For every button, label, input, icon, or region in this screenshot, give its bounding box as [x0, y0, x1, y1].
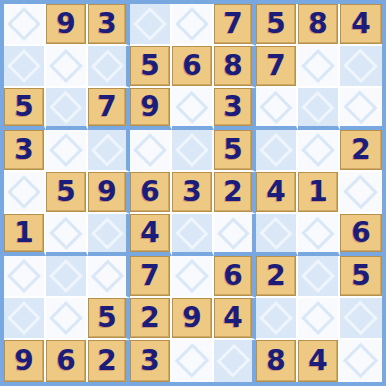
cell-r1c2: 9 [46, 4, 88, 46]
given-digit: 5 [14, 93, 33, 121]
cell-r5c9[interactable] [340, 172, 382, 214]
cell-r1c3: 3 [88, 4, 130, 46]
given-digit: 5 [140, 52, 159, 80]
diamond-watermark-icon [259, 301, 293, 335]
diamond-watermark-icon [90, 259, 123, 292]
diamond-watermark-icon [91, 217, 123, 249]
cell-r3c1: 5 [4, 88, 46, 130]
diamond-watermark-icon [301, 133, 335, 167]
diamond-watermark-icon [175, 133, 209, 167]
given-digit: 6 [140, 178, 159, 206]
given-digit: 2 [266, 262, 285, 290]
given-digit: 6 [182, 52, 201, 80]
diamond-watermark-icon [259, 90, 292, 123]
diamond-watermark-icon [49, 90, 82, 123]
cell-r8c1[interactable] [4, 298, 46, 340]
diamond-watermark-icon [7, 49, 41, 83]
cell-r5c5: 3 [172, 172, 214, 214]
diamond-watermark-icon [301, 301, 335, 335]
diamond-watermark-icon [259, 216, 292, 249]
diamond-watermark-icon [301, 90, 334, 123]
cell-r8c2[interactable] [46, 298, 88, 340]
given-digit: 2 [223, 178, 242, 206]
given-digit: 3 [97, 10, 116, 38]
diamond-watermark-icon [343, 343, 379, 379]
sudoku-board: 9375845687579335259632411467625529496238… [0, 0, 386, 386]
given-digit: 9 [182, 304, 201, 332]
cell-r4c2[interactable] [46, 130, 88, 172]
given-digit: 3 [14, 136, 33, 164]
cell-r2c3[interactable] [88, 46, 130, 88]
cell-r2c6: 8 [214, 46, 256, 88]
cell-r1c5[interactable] [172, 4, 214, 46]
diamond-watermark-icon [216, 344, 250, 378]
cell-r4c3[interactable] [88, 130, 130, 172]
given-digit: 5 [223, 136, 242, 164]
given-digit: 6 [351, 219, 370, 247]
cell-r3c9[interactable] [340, 88, 382, 130]
cell-r2c9[interactable] [340, 46, 382, 88]
given-digit: 8 [266, 347, 285, 375]
cell-r5c3: 9 [88, 172, 130, 214]
diamond-watermark-icon [7, 7, 41, 41]
given-digit: 3 [182, 178, 201, 206]
cell-r6c7[interactable] [256, 214, 298, 256]
diamond-watermark-icon [175, 344, 210, 379]
cell-r8c6: 4 [214, 298, 256, 340]
given-digit: 3 [140, 347, 159, 375]
cell-r3c8[interactable] [298, 88, 340, 130]
given-digit: 1 [14, 219, 33, 247]
cell-r5c8: 1 [298, 172, 340, 214]
diamond-watermark-icon [49, 216, 82, 249]
cell-r8c7[interactable] [256, 298, 298, 340]
given-digit: 4 [266, 178, 285, 206]
diamond-watermark-icon [49, 49, 83, 83]
given-digit: 9 [14, 347, 33, 375]
given-digit: 7 [223, 10, 242, 38]
cell-r9c4: 3 [130, 340, 172, 382]
given-digit: 4 [223, 304, 242, 332]
given-digit: 4 [140, 219, 159, 247]
given-digit: 7 [266, 52, 285, 80]
given-digit: 2 [351, 136, 370, 164]
given-digit: 7 [97, 93, 116, 121]
cell-r9c7: 8 [256, 340, 298, 382]
cell-r4c8[interactable] [298, 130, 340, 172]
diamond-watermark-icon [217, 217, 249, 249]
given-digit: 6 [223, 262, 242, 290]
cell-r6c1: 1 [4, 214, 46, 256]
diamond-watermark-icon [49, 133, 83, 167]
cell-r8c3: 5 [88, 298, 130, 340]
cell-r4c9: 2 [340, 130, 382, 172]
given-digit: 4 [351, 10, 370, 38]
given-digit: 4 [308, 347, 327, 375]
cell-r6c2[interactable] [46, 214, 88, 256]
cell-r2c7: 7 [256, 46, 298, 88]
given-digit: 5 [266, 10, 285, 38]
diamond-watermark-icon [344, 90, 378, 124]
cell-r9c3: 2 [88, 340, 130, 382]
cell-r9c1: 9 [4, 340, 46, 382]
cell-r6c6[interactable] [214, 214, 256, 256]
cell-r3c7[interactable] [256, 88, 298, 130]
cell-r4c6: 5 [214, 130, 256, 172]
diamond-watermark-icon [7, 259, 41, 293]
cell-r2c8[interactable] [298, 46, 340, 88]
cell-r3c3: 7 [88, 88, 130, 130]
cell-r6c8[interactable] [298, 214, 340, 256]
cell-r7c2[interactable] [46, 256, 88, 298]
cell-r1c4[interactable] [130, 4, 172, 46]
diamond-watermark-icon [175, 7, 209, 41]
cell-r1c9: 4 [340, 4, 382, 46]
given-digit: 9 [56, 10, 75, 38]
cell-r5c2: 5 [46, 172, 88, 214]
diamond-watermark-icon [90, 49, 123, 82]
cell-r4c4[interactable] [130, 130, 172, 172]
given-digit: 5 [56, 178, 75, 206]
given-digit: 7 [140, 262, 159, 290]
diamond-watermark-icon [301, 216, 334, 249]
cell-r1c6: 7 [214, 4, 256, 46]
diamond-watermark-icon [301, 259, 335, 293]
given-digit: 5 [97, 304, 116, 332]
cell-r9c6[interactable] [214, 340, 256, 382]
cell-r3c6: 3 [214, 88, 256, 130]
cell-r9c2: 6 [46, 340, 88, 382]
cell-r8c4: 2 [130, 298, 172, 340]
diamond-watermark-icon [133, 133, 167, 167]
diamond-watermark-icon [7, 175, 41, 209]
cell-r2c4: 5 [130, 46, 172, 88]
cell-r8c8[interactable] [298, 298, 340, 340]
diamond-watermark-icon [133, 7, 167, 41]
given-digit: 5 [351, 262, 370, 290]
cell-r7c5[interactable] [172, 256, 214, 298]
given-digit: 1 [308, 178, 327, 206]
cell-r1c1[interactable] [4, 4, 46, 46]
cell-r4c1: 3 [4, 130, 46, 172]
diamond-watermark-icon [344, 175, 379, 210]
cell-r7c3[interactable] [88, 256, 130, 298]
cell-r5c4: 6 [130, 172, 172, 214]
diamond-watermark-icon [301, 49, 335, 83]
cell-r6c9: 6 [340, 214, 382, 256]
cell-r7c9: 5 [340, 256, 382, 298]
diamond-watermark-icon [259, 133, 293, 167]
cell-r7c4: 7 [130, 256, 172, 298]
cell-r3c5[interactable] [172, 88, 214, 130]
given-digit: 6 [56, 347, 75, 375]
diamond-watermark-icon [7, 301, 41, 335]
given-digit: 3 [223, 93, 242, 121]
diamond-watermark-icon [175, 259, 209, 293]
diamond-watermark-icon [175, 90, 208, 123]
given-digit: 2 [97, 347, 116, 375]
cell-r2c1[interactable] [4, 46, 46, 88]
cell-r3c4: 9 [130, 88, 172, 130]
cell-r6c5[interactable] [172, 214, 214, 256]
cell-r9c9[interactable] [340, 340, 382, 382]
cell-r5c6: 2 [214, 172, 256, 214]
cell-r5c7: 4 [256, 172, 298, 214]
given-digit: 8 [308, 10, 327, 38]
cell-r9c5[interactable] [172, 340, 214, 382]
cell-r7c6: 6 [214, 256, 256, 298]
given-digit: 2 [140, 304, 159, 332]
diamond-watermark-icon [344, 301, 379, 336]
cell-r7c1[interactable] [4, 256, 46, 298]
cell-r6c3[interactable] [88, 214, 130, 256]
cell-r4c7[interactable] [256, 130, 298, 172]
cell-r6c4: 4 [130, 214, 172, 256]
diamond-watermark-icon [49, 301, 83, 335]
cell-r8c5: 9 [172, 298, 214, 340]
cell-r2c5: 6 [172, 46, 214, 88]
cell-r5c1[interactable] [4, 172, 46, 214]
cell-r3c2[interactable] [46, 88, 88, 130]
given-digit: 8 [223, 52, 242, 80]
diamond-watermark-icon [175, 216, 208, 249]
cell-r2c2[interactable] [46, 46, 88, 88]
cell-r1c7: 5 [256, 4, 298, 46]
diamond-watermark-icon [90, 133, 123, 166]
given-digit: 9 [140, 93, 159, 121]
cell-r8c9[interactable] [340, 298, 382, 340]
cell-r9c8: 4 [298, 340, 340, 382]
cell-r4c5[interactable] [172, 130, 214, 172]
cell-r7c7: 2 [256, 256, 298, 298]
cell-r7c8[interactable] [298, 256, 340, 298]
given-digit: 9 [97, 178, 116, 206]
diamond-watermark-icon [49, 259, 83, 293]
cell-r1c8: 8 [298, 4, 340, 46]
diamond-watermark-icon [344, 49, 379, 84]
